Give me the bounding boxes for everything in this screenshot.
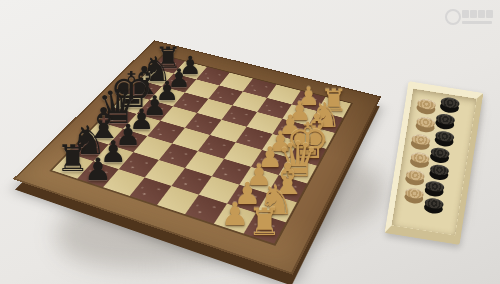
watermark-glyph <box>486 10 493 18</box>
checker-dark[interactable] <box>429 146 450 164</box>
piece-white-pawn[interactable]: ♟ <box>221 199 249 231</box>
watermark-glyph <box>478 10 485 18</box>
tray-floor <box>392 89 477 235</box>
checkers-tray <box>384 81 483 245</box>
photo-stage: ♜♞♝♛♚♝♞♜♟♟♟♟♟♟♟♟♟♟♟♟♟♟♟♟♜♞♝♛♚♝♞♜ <box>0 0 500 284</box>
checker-light[interactable] <box>415 116 436 134</box>
checker-dark[interactable] <box>439 96 460 114</box>
watermark-logo <box>445 8 495 28</box>
watermark-glyph <box>470 10 477 18</box>
piece-black-pawn[interactable]: ♟ <box>84 154 112 185</box>
checker-light[interactable] <box>404 169 425 187</box>
checker-dark[interactable] <box>435 113 456 131</box>
watermark-glyph <box>462 10 469 18</box>
watermark-subtext <box>462 21 492 24</box>
checker-dark[interactable] <box>424 180 445 198</box>
checker-dark[interactable] <box>429 164 450 182</box>
checker-dark[interactable] <box>434 130 455 148</box>
checker-light[interactable] <box>404 187 425 205</box>
checker-light[interactable] <box>410 133 431 151</box>
checker-light[interactable] <box>409 151 430 169</box>
checker-light[interactable] <box>416 98 437 116</box>
piece-white-rook[interactable]: ♜ <box>248 203 282 241</box>
watermark-circle-icon <box>445 9 461 25</box>
checker-dark[interactable] <box>423 197 444 215</box>
